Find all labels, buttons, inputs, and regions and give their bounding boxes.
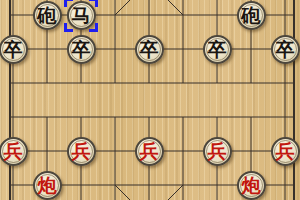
piece-red-soldier[interactable]: 兵 [0,137,28,166]
piece-black-soldier[interactable]: 卒 [135,35,164,64]
piece-glyph: 卒 [72,34,91,63]
piece-black-soldier[interactable]: 卒 [0,35,28,64]
piece-glyph: 兵 [72,136,91,165]
piece-red-soldier[interactable]: 兵 [67,137,96,166]
piece-glyph: 卒 [4,34,23,63]
piece-glyph: 兵 [208,136,227,165]
piece-glyph: 兵 [276,136,295,165]
piece-glyph: 砲 [38,0,57,29]
piece-glyph: 卒 [208,34,227,63]
piece-glyph: 马 [72,0,91,29]
piece-black-cannon[interactable]: 砲 [33,1,62,30]
piece-glyph: 卒 [140,34,159,63]
piece-glyph: 兵 [4,136,23,165]
piece-glyph: 炮 [38,170,57,199]
piece-red-soldier[interactable]: 兵 [135,137,164,166]
piece-red-cannon[interactable]: 炮 [237,171,266,200]
piece-black-soldier[interactable]: 卒 [203,35,232,64]
piece-glyph: 砲 [242,0,261,29]
piece-black-soldier[interactable]: 卒 [67,35,96,64]
piece-red-soldier[interactable]: 兵 [271,137,300,166]
piece-glyph: 兵 [140,136,159,165]
piece-black-soldier[interactable]: 卒 [271,35,300,64]
piece-black-horse[interactable]: 马 [67,1,96,30]
piece-glyph: 炮 [242,170,261,199]
piece-red-cannon[interactable]: 炮 [33,171,62,200]
piece-red-soldier[interactable]: 兵 [203,137,232,166]
piece-glyph: 卒 [276,34,295,63]
xiangqi-board[interactable]: 砲马砲卒卒卒卒卒兵兵兵兵兵炮炮 [0,0,300,200]
piece-black-cannon[interactable]: 砲 [237,1,266,30]
